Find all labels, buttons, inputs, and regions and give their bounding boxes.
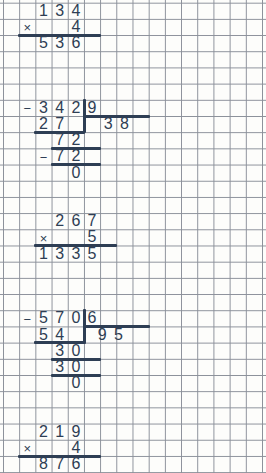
digit-cell: 7 (52, 148, 68, 164)
minus-sign: − (19, 100, 35, 116)
minus-sign: − (19, 310, 35, 326)
digit-cell: 2 (68, 132, 84, 148)
digit-cell: 7 (52, 456, 68, 472)
digit-cell: 7 (84, 213, 100, 229)
digit-cell: 4 (68, 3, 84, 19)
digit-cell: 4 (52, 326, 68, 342)
digit-cell: 7 (52, 310, 68, 326)
squared-paper-worksheet: 134×4536−3429273872−720267×51335−5706549… (0, 0, 266, 473)
rule-line (51, 147, 102, 150)
digit-cell: 3 (35, 100, 51, 116)
digit-cell: 2 (68, 148, 84, 164)
digit-cell: 5 (35, 310, 51, 326)
digit-cell: 0 (68, 165, 84, 181)
digit-cell: 3 (52, 359, 68, 375)
digit-cell: 3 (68, 246, 84, 262)
digit-cell: 1 (35, 3, 51, 19)
worksheet-cells: 134×4536−3429273872−720267×51335−5706549… (3, 3, 262, 472)
digit-cell: 2 (35, 424, 51, 440)
rule-line (18, 34, 101, 37)
digit-cell: 5 (110, 326, 126, 342)
rule-line (18, 455, 101, 458)
digit-cell: 7 (52, 132, 68, 148)
digit-cell: 5 (35, 35, 51, 51)
rule-line (51, 374, 102, 377)
digit-cell: 6 (68, 213, 84, 229)
digit-cell: 8 (35, 456, 51, 472)
digit-cell: 6 (68, 456, 84, 472)
digit-cell: 0 (68, 359, 84, 375)
rule-line (34, 244, 117, 247)
digit-cell: 3 (52, 343, 68, 359)
digit-cell: 9 (84, 100, 100, 116)
rule-line (83, 115, 150, 118)
digit-cell: 3 (52, 246, 68, 262)
digit-cell: 8 (116, 116, 132, 132)
digit-cell: 0 (68, 310, 84, 326)
digit-cell: 6 (68, 35, 84, 51)
digit-cell: 2 (68, 100, 84, 116)
digit-cell: 5 (84, 246, 100, 262)
digit-cell: 3 (52, 3, 68, 19)
digit-cell: 4 (52, 100, 68, 116)
multiply-sign: × (19, 440, 35, 456)
digit-cell: 5 (84, 229, 100, 245)
digit-cell: 3 (100, 116, 116, 132)
rule-line (83, 325, 150, 328)
rule-line (34, 341, 85, 344)
digit-cell: 2 (52, 213, 68, 229)
digit-cell: 1 (52, 424, 68, 440)
multiply-sign: × (35, 229, 51, 245)
digit-cell: 9 (68, 424, 84, 440)
rule-line (34, 131, 85, 134)
digit-cell: 2 (35, 116, 51, 132)
digit-cell: 4 (68, 19, 84, 35)
digit-cell: 4 (68, 440, 84, 456)
digit-cell: 7 (52, 116, 68, 132)
digit-cell: 0 (68, 343, 84, 359)
digit-cell: 0 (68, 375, 84, 391)
multiply-sign: × (19, 19, 35, 35)
digit-cell: 5 (35, 326, 51, 342)
digit-cell: 9 (94, 326, 110, 342)
rule-line (51, 163, 102, 166)
digit-cell: 3 (52, 35, 68, 51)
rule-line (51, 358, 102, 361)
digit-cell: 1 (35, 246, 51, 262)
minus-sign: − (35, 148, 51, 164)
digit-cell: 6 (84, 310, 100, 326)
